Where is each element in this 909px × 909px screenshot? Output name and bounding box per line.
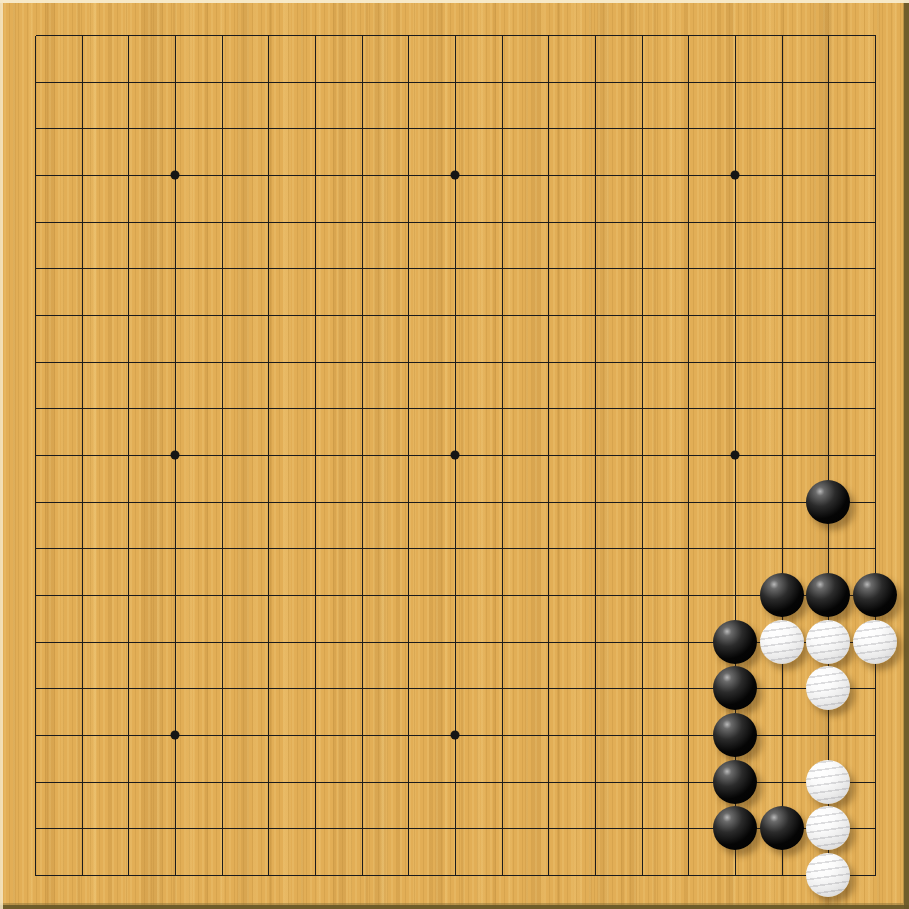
black-stone (760, 573, 804, 617)
black-stone (853, 573, 897, 617)
white-stone (806, 760, 850, 804)
black-stone (713, 666, 757, 710)
white-stone (853, 620, 897, 664)
white-stone (806, 620, 850, 664)
black-stone (713, 620, 757, 664)
black-stone (713, 806, 757, 850)
black-stone (760, 806, 804, 850)
white-stone (806, 806, 850, 850)
white-stone (806, 666, 850, 710)
black-stone (713, 760, 757, 804)
black-stone (806, 480, 850, 524)
black-stone (713, 713, 757, 757)
go-board[interactable] (0, 0, 909, 909)
white-stone (806, 853, 850, 897)
black-stone (806, 573, 850, 617)
white-stone (760, 620, 804, 664)
stones-layer (0, 0, 909, 909)
